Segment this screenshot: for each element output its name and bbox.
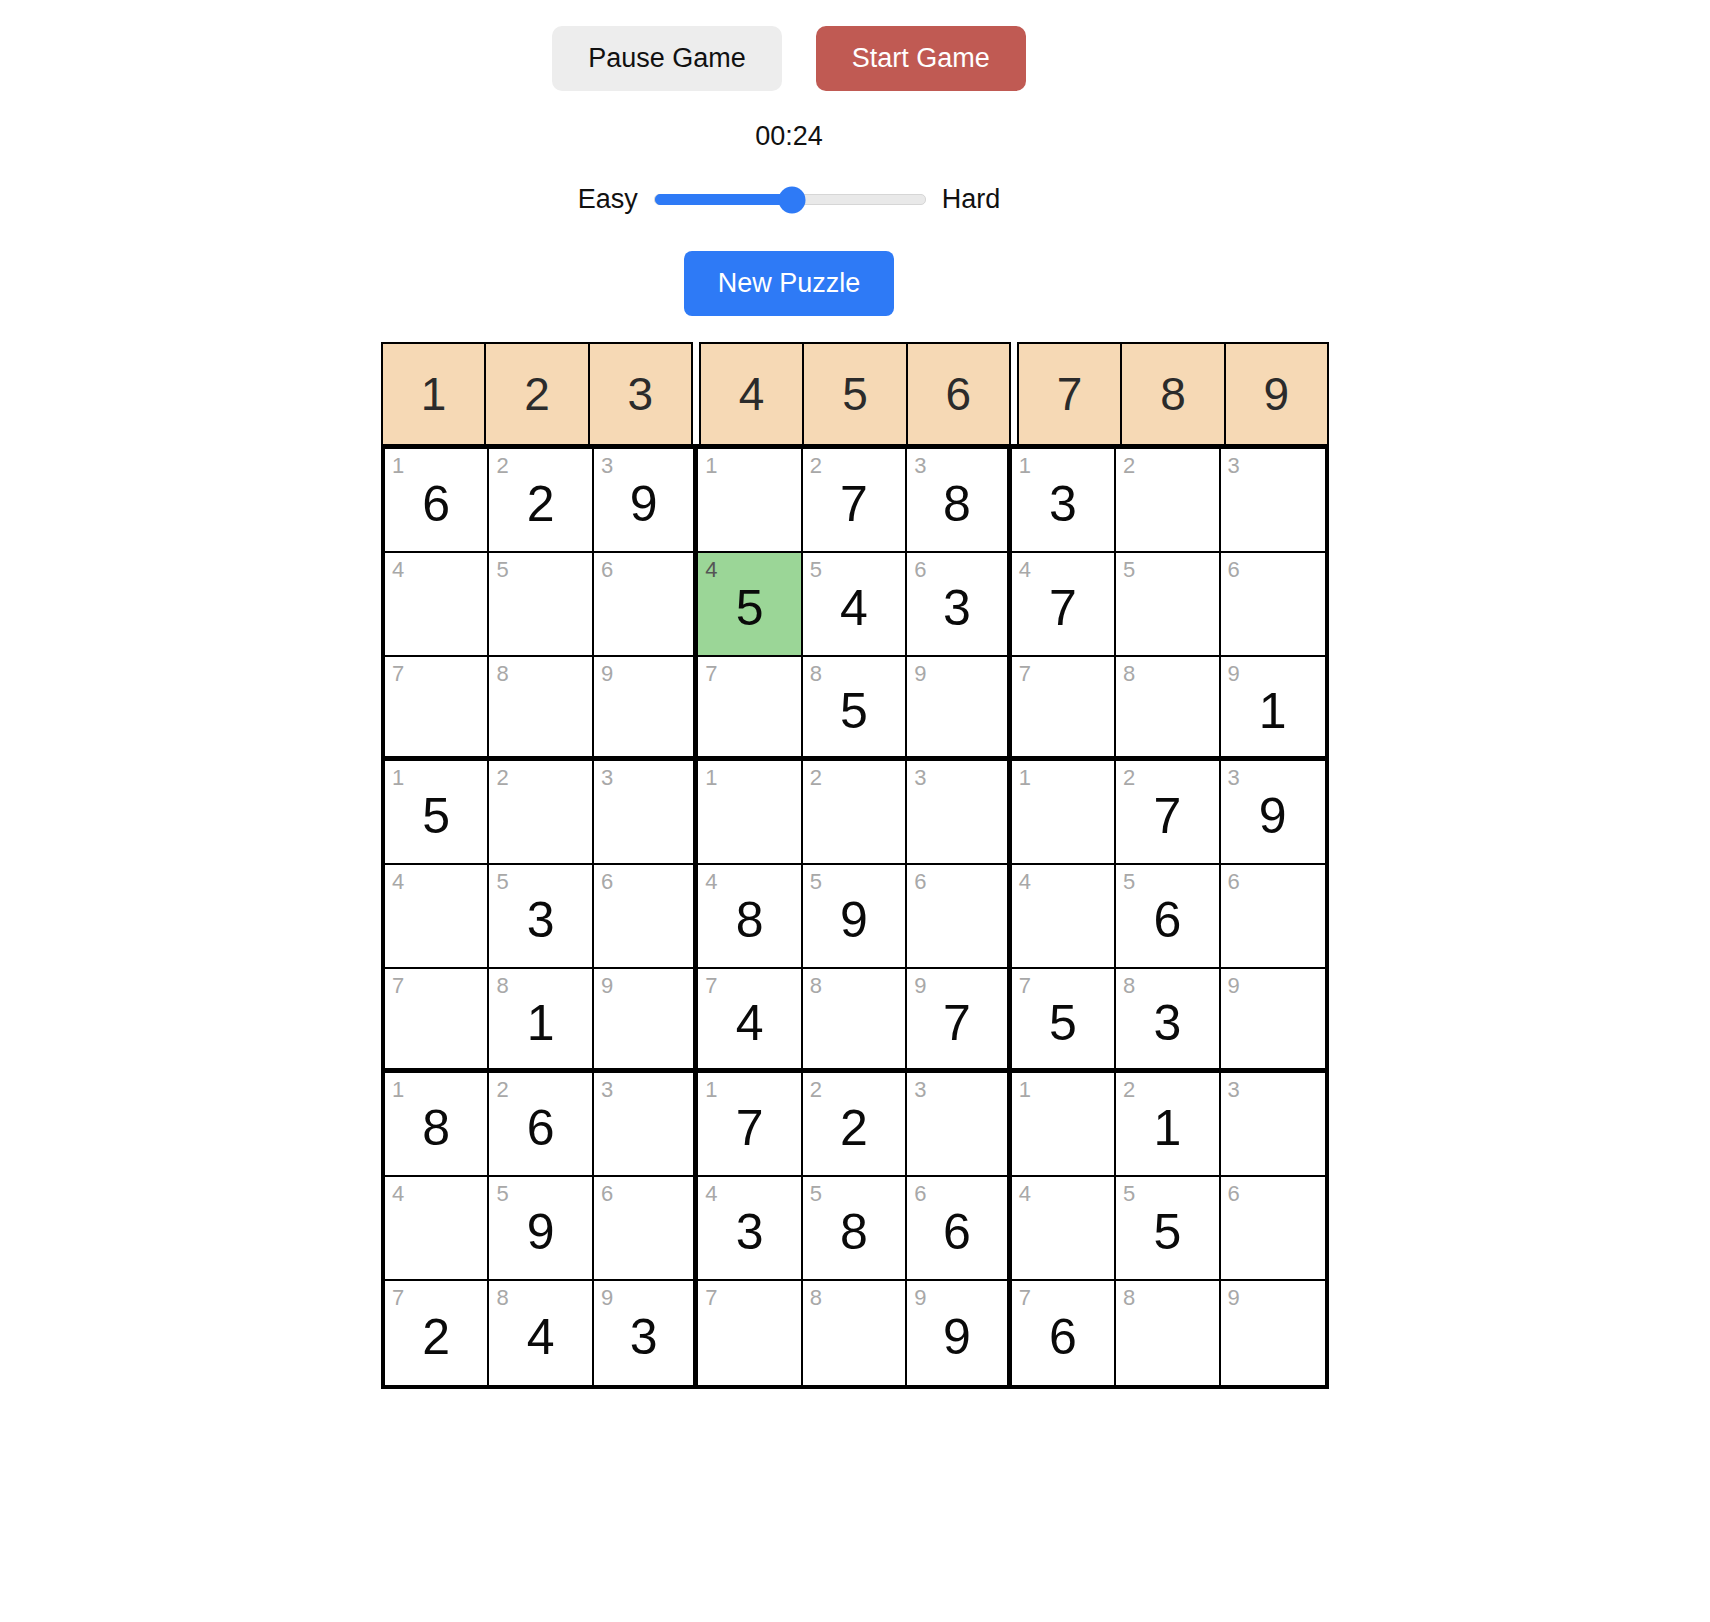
cell-r8c6[interactable]: 66 (907, 1177, 1011, 1281)
cell-value: 7 (840, 467, 868, 533)
cell-hint: 1 (392, 765, 404, 791)
cell-hint: 2 (496, 1077, 508, 1103)
cell-hint: 2 (1123, 765, 1135, 791)
difficulty-slider-row: Easy Hard (578, 184, 1001, 215)
cell-value: 8 (422, 1091, 450, 1157)
cell-r3c1[interactable]: 7 (385, 657, 489, 761)
header-col-7: 7 (1019, 344, 1120, 444)
cell-value: 3 (736, 1195, 764, 1261)
cell-r6c7[interactable]: 75 (1012, 969, 1116, 1073)
cell-value: 4 (527, 1300, 555, 1366)
cell-value: 2 (422, 1300, 450, 1366)
header-col-1: 1 (383, 344, 484, 444)
cell-hint: 4 (392, 869, 404, 895)
cell-hint: 6 (914, 1181, 926, 1207)
cell-value: 9 (840, 883, 868, 949)
cell-hint: 8 (810, 1285, 822, 1311)
cell-hint: 6 (914, 557, 926, 583)
cell-r3c6[interactable]: 9 (907, 657, 1011, 761)
cell-hint: 3 (601, 1077, 613, 1103)
cell-value: 4 (736, 986, 764, 1052)
cell-hint: 4 (705, 869, 717, 895)
cell-r5c9[interactable]: 6 (1221, 865, 1325, 969)
cell-value: 3 (1153, 986, 1181, 1052)
cell-r5c2[interactable]: 53 (489, 865, 593, 969)
cell-r7c2[interactable]: 26 (489, 1073, 593, 1177)
cell-hint: 7 (392, 661, 404, 687)
cell-value: 5 (1049, 986, 1077, 1052)
cell-r5c7[interactable]: 4 (1012, 865, 1116, 969)
cell-r9c8[interactable]: 8 (1116, 1281, 1220, 1385)
cell-hint: 8 (1123, 661, 1135, 687)
cell-r6c6[interactable]: 97 (907, 969, 1011, 1073)
cell-hint: 4 (392, 557, 404, 583)
cell-r1c6[interactable]: 38 (907, 449, 1011, 553)
cell-value: 9 (527, 1195, 555, 1261)
cell-r4c4[interactable]: 1 (698, 761, 802, 865)
cell-r1c3[interactable]: 39 (594, 449, 698, 553)
cell-r5c6[interactable]: 6 (907, 865, 1011, 969)
cell-r9c3[interactable]: 93 (594, 1281, 698, 1385)
cell-value: 5 (840, 674, 868, 740)
header-col-4: 4 (701, 344, 802, 444)
cell-r2c4[interactable]: 45 (698, 553, 802, 657)
cell-value: 8 (840, 1195, 868, 1261)
cell-value: 8 (943, 467, 971, 533)
cell-hint: 3 (914, 453, 926, 479)
cell-hint: 9 (601, 1285, 613, 1311)
cell-hint: 2 (810, 453, 822, 479)
difficulty-slider[interactable] (654, 194, 926, 205)
cell-r8c3[interactable]: 6 (594, 1177, 698, 1281)
header-box-3: 789 (1017, 342, 1329, 444)
cell-r4c9[interactable]: 39 (1221, 761, 1325, 865)
cell-hint: 8 (496, 1285, 508, 1311)
cell-r2c2[interactable]: 5 (489, 553, 593, 657)
cell-hint: 6 (914, 869, 926, 895)
cell-hint: 4 (1019, 869, 1031, 895)
cell-hint: 5 (496, 557, 508, 583)
cell-r2c3[interactable]: 6 (594, 553, 698, 657)
cell-hint: 3 (601, 453, 613, 479)
cell-r3c7[interactable]: 7 (1012, 657, 1116, 761)
cell-hint: 5 (1123, 869, 1135, 895)
cell-r3c4[interactable]: 7 (698, 657, 802, 761)
cell-hint: 9 (914, 973, 926, 999)
cell-value: 3 (630, 1300, 658, 1366)
cell-r8c7[interactable]: 4 (1012, 1177, 1116, 1281)
cell-hint: 6 (601, 557, 613, 583)
cell-hint: 1 (705, 453, 717, 479)
cell-r6c1[interactable]: 7 (385, 969, 489, 1073)
cell-hint: 1 (705, 1077, 717, 1103)
cell-value: 1 (1153, 1091, 1181, 1157)
cell-r1c2[interactable]: 22 (489, 449, 593, 553)
cell-r6c9[interactable]: 9 (1221, 969, 1325, 1073)
cell-value: 6 (422, 467, 450, 533)
cell-r8c4[interactable]: 43 (698, 1177, 802, 1281)
cell-r8c5[interactable]: 58 (803, 1177, 907, 1281)
cell-hint: 8 (496, 661, 508, 687)
cell-hint: 9 (914, 661, 926, 687)
cell-hint: 2 (1123, 453, 1135, 479)
cell-r3c8[interactable]: 8 (1116, 657, 1220, 761)
header-col-8: 8 (1120, 344, 1223, 444)
header-box-1: 123 (381, 342, 693, 444)
pause-game-button[interactable]: Pause Game (552, 26, 782, 91)
cell-hint: 5 (496, 869, 508, 895)
cell-r3c2[interactable]: 8 (489, 657, 593, 761)
cell-r5c1[interactable]: 4 (385, 865, 489, 969)
difficulty-easy-label: Easy (578, 184, 638, 215)
cell-r9c6[interactable]: 99 (907, 1281, 1011, 1385)
board-grid: 1622391273813234564554634756789785978911… (381, 444, 1329, 1389)
cell-r7c9[interactable]: 3 (1221, 1073, 1325, 1177)
cell-r2c1[interactable]: 4 (385, 553, 489, 657)
sudoku-board: 123456789 162239127381323456455463475678… (381, 342, 1329, 1389)
cell-hint: 7 (1019, 1285, 1031, 1311)
cell-r5c4[interactable]: 48 (698, 865, 802, 969)
cell-hint: 3 (914, 765, 926, 791)
cell-hint: 2 (810, 1077, 822, 1103)
cell-r9c7[interactable]: 76 (1012, 1281, 1116, 1385)
cell-r7c8[interactable]: 21 (1116, 1073, 1220, 1177)
cell-r5c8[interactable]: 56 (1116, 865, 1220, 969)
cell-r4c2[interactable]: 2 (489, 761, 593, 865)
cell-hint: 4 (1019, 1181, 1031, 1207)
cell-hint: 7 (705, 1285, 717, 1311)
cell-r7c7[interactable]: 1 (1012, 1073, 1116, 1177)
cell-value: 6 (527, 1091, 555, 1157)
header-col-5: 5 (802, 344, 905, 444)
cell-r4c5[interactable]: 2 (803, 761, 907, 865)
cell-hint: 8 (810, 973, 822, 999)
cell-r9c9[interactable]: 9 (1221, 1281, 1325, 1385)
cell-hint: 1 (705, 765, 717, 791)
header-box-2: 456 (699, 342, 1011, 444)
cell-value: 6 (943, 1195, 971, 1261)
cell-hint: 9 (601, 661, 613, 687)
cell-hint: 3 (1228, 1077, 1240, 1103)
cell-hint: 3 (601, 765, 613, 791)
start-game-button[interactable]: Start Game (816, 26, 1026, 91)
cell-r1c7[interactable]: 13 (1012, 449, 1116, 553)
cell-r4c6[interactable]: 3 (907, 761, 1011, 865)
cell-r1c1[interactable]: 16 (385, 449, 489, 553)
cell-hint: 5 (810, 557, 822, 583)
cell-r4c7[interactable]: 1 (1012, 761, 1116, 865)
cell-r8c8[interactable]: 55 (1116, 1177, 1220, 1281)
cell-r2c8[interactable]: 5 (1116, 553, 1220, 657)
cell-hint: 1 (1019, 1077, 1031, 1103)
cell-hint: 5 (810, 869, 822, 895)
cell-value: 1 (1259, 674, 1287, 740)
cell-r4c8[interactable]: 27 (1116, 761, 1220, 865)
cell-r3c3[interactable]: 9 (594, 657, 698, 761)
header-col-9: 9 (1224, 344, 1327, 444)
cell-r4c3[interactable]: 3 (594, 761, 698, 865)
new-puzzle-button[interactable]: New Puzzle (684, 251, 895, 316)
cell-r2c6[interactable]: 63 (907, 553, 1011, 657)
cell-r7c3[interactable]: 3 (594, 1073, 698, 1177)
cell-value: 5 (1153, 1195, 1181, 1261)
cell-r3c9[interactable]: 91 (1221, 657, 1325, 761)
cell-r7c6[interactable]: 3 (907, 1073, 1011, 1177)
cell-hint: 7 (705, 661, 717, 687)
cell-value: 4 (840, 571, 868, 637)
cell-hint: 1 (392, 453, 404, 479)
cell-value: 3 (527, 883, 555, 949)
cell-r6c4[interactable]: 74 (698, 969, 802, 1073)
cell-hint: 4 (392, 1181, 404, 1207)
cell-hint: 6 (601, 1181, 613, 1207)
cell-r6c5[interactable]: 8 (803, 969, 907, 1073)
cell-hint: 7 (392, 1285, 404, 1311)
game-timer: 00:24 (755, 121, 823, 152)
cell-r1c9[interactable]: 3 (1221, 449, 1325, 553)
cell-r9c5[interactable]: 8 (803, 1281, 907, 1385)
cell-value: 7 (736, 1091, 764, 1157)
cell-r9c2[interactable]: 84 (489, 1281, 593, 1385)
difficulty-hard-label: Hard (942, 184, 1001, 215)
board-header: 123456789 (381, 342, 1329, 444)
cell-hint: 4 (1019, 557, 1031, 583)
cell-r8c2[interactable]: 59 (489, 1177, 593, 1281)
cell-hint: 7 (1019, 973, 1031, 999)
cell-hint: 7 (392, 973, 404, 999)
cell-value: 7 (943, 986, 971, 1052)
cell-hint: 7 (1019, 661, 1031, 687)
cell-value: 9 (1259, 779, 1287, 845)
cell-r1c8[interactable]: 2 (1116, 449, 1220, 553)
cell-r7c4[interactable]: 17 (698, 1073, 802, 1177)
header-col-3: 3 (588, 344, 691, 444)
cell-value: 9 (943, 1300, 971, 1366)
cell-hint: 7 (705, 973, 717, 999)
cell-hint: 4 (705, 1181, 717, 1207)
cell-r9c4[interactable]: 7 (698, 1281, 802, 1385)
cell-hint: 4 (705, 557, 717, 583)
cell-r6c8[interactable]: 83 (1116, 969, 1220, 1073)
cell-r2c7[interactable]: 47 (1012, 553, 1116, 657)
header-col-2: 2 (484, 344, 587, 444)
cell-hint: 9 (1228, 661, 1240, 687)
cell-hint: 2 (496, 765, 508, 791)
cell-r7c5[interactable]: 22 (803, 1073, 907, 1177)
cell-r5c5[interactable]: 59 (803, 865, 907, 969)
cell-hint: 2 (810, 765, 822, 791)
cell-hint: 1 (1019, 765, 1031, 791)
cell-hint: 1 (392, 1077, 404, 1103)
cell-value: 3 (943, 571, 971, 637)
cell-r8c1[interactable]: 4 (385, 1177, 489, 1281)
cell-hint: 2 (1123, 1077, 1135, 1103)
cell-r6c3[interactable]: 9 (594, 969, 698, 1073)
cell-value: 3 (1049, 467, 1077, 533)
cell-hint: 2 (496, 453, 508, 479)
cell-hint: 9 (914, 1285, 926, 1311)
cell-hint: 6 (1228, 1181, 1240, 1207)
game-buttons-row: Pause Game Start Game (552, 26, 1026, 91)
cell-r8c9[interactable]: 6 (1221, 1177, 1325, 1281)
cell-r5c3[interactable]: 6 (594, 865, 698, 969)
cell-r3c5[interactable]: 85 (803, 657, 907, 761)
difficulty-slider-thumb[interactable] (779, 186, 806, 213)
cell-value: 2 (527, 467, 555, 533)
cell-r6c2[interactable]: 81 (489, 969, 593, 1073)
cell-value: 5 (422, 779, 450, 845)
cell-r2c9[interactable]: 6 (1221, 553, 1325, 657)
cell-value: 7 (1049, 571, 1077, 637)
header-col-6: 6 (906, 344, 1009, 444)
cell-hint: 3 (914, 1077, 926, 1103)
cell-r1c5[interactable]: 27 (803, 449, 907, 553)
cell-r1c4[interactable]: 1 (698, 449, 802, 553)
cell-r9c1[interactable]: 72 (385, 1281, 489, 1385)
cell-hint: 6 (601, 869, 613, 895)
controls-panel: Pause Game Start Game 00:24 Easy Hard Ne… (552, 0, 1026, 316)
cell-hint: 5 (1123, 557, 1135, 583)
cell-hint: 5 (810, 1181, 822, 1207)
difficulty-slider-fill (655, 194, 795, 205)
cell-hint: 1 (1019, 453, 1031, 479)
cell-value: 1 (527, 986, 555, 1052)
cell-value: 6 (1153, 883, 1181, 949)
cell-hint: 3 (1228, 765, 1240, 791)
cell-hint: 3 (1228, 453, 1240, 479)
cell-hint: 8 (1123, 1285, 1135, 1311)
cell-hint: 9 (601, 973, 613, 999)
cell-value: 8 (736, 883, 764, 949)
cell-hint: 6 (1228, 869, 1240, 895)
cell-r4c1[interactable]: 15 (385, 761, 489, 865)
cell-hint: 6 (1228, 557, 1240, 583)
cell-hint: 9 (1228, 973, 1240, 999)
cell-r2c5[interactable]: 54 (803, 553, 907, 657)
cell-hint: 8 (1123, 973, 1135, 999)
cell-value: 9 (630, 467, 658, 533)
cell-value: 7 (1153, 779, 1181, 845)
cell-hint: 8 (810, 661, 822, 687)
cell-value: 6 (1049, 1300, 1077, 1366)
cell-hint: 9 (1228, 1285, 1240, 1311)
cell-hint: 5 (496, 1181, 508, 1207)
cell-value: 5 (736, 571, 764, 637)
cell-r7c1[interactable]: 18 (385, 1073, 489, 1177)
cell-hint: 5 (1123, 1181, 1135, 1207)
cell-hint: 8 (496, 973, 508, 999)
cell-value: 2 (840, 1091, 868, 1157)
